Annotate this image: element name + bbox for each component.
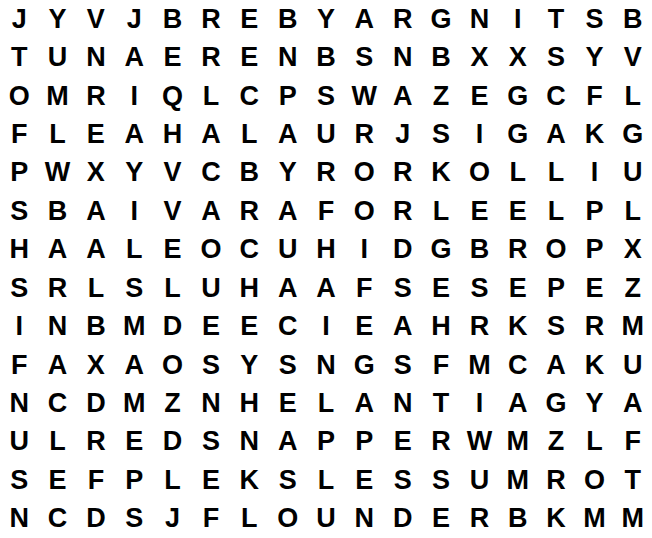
grid-cell[interactable]: H bbox=[153, 115, 191, 153]
grid-cell[interactable]: S bbox=[537, 307, 575, 345]
grid-cell[interactable]: R bbox=[422, 423, 460, 461]
grid-cell[interactable]: F bbox=[614, 423, 652, 461]
grid-cell[interactable]: R bbox=[192, 38, 230, 76]
grid-cell[interactable]: E bbox=[384, 423, 422, 461]
grid-cell[interactable]: A bbox=[77, 231, 115, 269]
grid-cell[interactable]: X bbox=[460, 38, 498, 76]
grid-cell[interactable]: E bbox=[499, 192, 537, 230]
grid-cell[interactable]: I bbox=[345, 231, 383, 269]
grid-cell[interactable]: S bbox=[115, 269, 153, 307]
grid-cell[interactable]: E bbox=[192, 307, 230, 345]
grid-cell[interactable]: P bbox=[115, 461, 153, 499]
grid-cell[interactable]: Y bbox=[307, 0, 345, 38]
grid-cell[interactable]: I bbox=[499, 0, 537, 38]
grid-cell[interactable]: I bbox=[115, 77, 153, 115]
grid-cell[interactable]: A bbox=[38, 231, 76, 269]
grid-cell[interactable]: R bbox=[192, 0, 230, 38]
grid-cell[interactable]: N bbox=[345, 500, 383, 538]
grid-cell[interactable]: N bbox=[307, 346, 345, 384]
grid-cell[interactable]: S bbox=[115, 500, 153, 538]
grid-cell[interactable]: L bbox=[422, 192, 460, 230]
grid-cell[interactable]: F bbox=[345, 269, 383, 307]
grid-cell[interactable]: L bbox=[192, 77, 230, 115]
grid-cell[interactable]: E bbox=[115, 423, 153, 461]
grid-cell[interactable]: K bbox=[499, 307, 537, 345]
grid-cell[interactable]: A bbox=[268, 192, 306, 230]
grid-cell[interactable]: X bbox=[499, 38, 537, 76]
grid-cell[interactable]: F bbox=[77, 461, 115, 499]
grid-cell[interactable]: T bbox=[614, 461, 652, 499]
grid-cell[interactable]: M bbox=[499, 461, 537, 499]
grid-cell[interactable]: V bbox=[614, 38, 652, 76]
grid-cell[interactable]: X bbox=[77, 346, 115, 384]
grid-cell[interactable]: U bbox=[0, 423, 38, 461]
grid-cell[interactable]: B bbox=[38, 192, 76, 230]
grid-cell[interactable]: U bbox=[614, 346, 652, 384]
grid-cell[interactable]: A bbox=[384, 77, 422, 115]
grid-cell[interactable]: P bbox=[345, 423, 383, 461]
grid-cell[interactable]: S bbox=[268, 346, 306, 384]
grid-cell[interactable]: G bbox=[614, 115, 652, 153]
grid-cell[interactable]: E bbox=[268, 384, 306, 422]
grid-cell[interactable]: L bbox=[614, 192, 652, 230]
grid-cell[interactable]: Z bbox=[537, 423, 575, 461]
grid-cell[interactable]: M bbox=[115, 384, 153, 422]
grid-cell[interactable]: E bbox=[230, 307, 268, 345]
grid-cell[interactable]: A bbox=[38, 346, 76, 384]
grid-cell[interactable]: F bbox=[307, 192, 345, 230]
grid-cell[interactable]: R bbox=[384, 0, 422, 38]
grid-cell[interactable]: J bbox=[115, 0, 153, 38]
grid-cell[interactable]: S bbox=[422, 115, 460, 153]
grid-cell[interactable]: A bbox=[192, 192, 230, 230]
grid-cell[interactable]: R bbox=[460, 307, 498, 345]
grid-cell[interactable]: D bbox=[153, 307, 191, 345]
grid-cell[interactable]: A bbox=[384, 307, 422, 345]
grid-cell[interactable]: P bbox=[268, 77, 306, 115]
grid-cell[interactable]: B bbox=[614, 0, 652, 38]
grid-cell[interactable]: V bbox=[77, 0, 115, 38]
grid-cell[interactable]: S bbox=[384, 269, 422, 307]
grid-cell[interactable]: R bbox=[537, 461, 575, 499]
grid-cell[interactable]: B bbox=[268, 0, 306, 38]
grid-cell[interactable]: U bbox=[460, 461, 498, 499]
grid-cell[interactable]: I bbox=[460, 115, 498, 153]
grid-cell[interactable]: Z bbox=[614, 269, 652, 307]
grid-cell[interactable]: X bbox=[77, 154, 115, 192]
grid-cell[interactable]: C bbox=[192, 154, 230, 192]
grid-cell[interactable]: U bbox=[614, 154, 652, 192]
grid-cell[interactable]: B bbox=[307, 38, 345, 76]
grid-cell[interactable]: M bbox=[614, 307, 652, 345]
grid-cell[interactable]: L bbox=[307, 461, 345, 499]
grid-cell[interactable]: R bbox=[384, 154, 422, 192]
grid-cell[interactable]: U bbox=[192, 269, 230, 307]
grid-cell[interactable]: O bbox=[345, 192, 383, 230]
grid-cell[interactable]: S bbox=[537, 38, 575, 76]
grid-cell[interactable]: X bbox=[614, 231, 652, 269]
grid-cell[interactable]: C bbox=[499, 346, 537, 384]
grid-cell[interactable]: B bbox=[422, 38, 460, 76]
grid-cell[interactable]: H bbox=[307, 231, 345, 269]
grid-cell[interactable]: O bbox=[0, 77, 38, 115]
grid-cell[interactable]: R bbox=[230, 192, 268, 230]
grid-cell[interactable]: I bbox=[307, 307, 345, 345]
grid-cell[interactable]: N bbox=[0, 384, 38, 422]
grid-cell[interactable]: B bbox=[460, 231, 498, 269]
grid-cell[interactable]: Y bbox=[115, 154, 153, 192]
grid-cell[interactable]: R bbox=[38, 269, 76, 307]
grid-cell[interactable]: I bbox=[575, 154, 613, 192]
grid-cell[interactable]: S bbox=[384, 346, 422, 384]
grid-cell[interactable]: K bbox=[422, 154, 460, 192]
grid-cell[interactable]: G bbox=[499, 115, 537, 153]
grid-cell[interactable]: B bbox=[77, 307, 115, 345]
grid-cell[interactable]: G bbox=[537, 384, 575, 422]
grid-cell[interactable]: R bbox=[77, 77, 115, 115]
grid-cell[interactable]: L bbox=[38, 115, 76, 153]
grid-cell[interactable]: W bbox=[345, 77, 383, 115]
grid-cell[interactable]: O bbox=[153, 346, 191, 384]
grid-cell[interactable]: E bbox=[230, 0, 268, 38]
grid-cell[interactable]: T bbox=[537, 0, 575, 38]
grid-cell[interactable]: N bbox=[384, 384, 422, 422]
grid-cell[interactable]: E bbox=[230, 38, 268, 76]
grid-cell[interactable]: O bbox=[575, 461, 613, 499]
grid-cell[interactable]: A bbox=[115, 346, 153, 384]
grid-cell[interactable]: L bbox=[230, 500, 268, 538]
grid-cell[interactable]: S bbox=[422, 461, 460, 499]
grid-cell[interactable]: J bbox=[384, 115, 422, 153]
grid-cell[interactable]: R bbox=[499, 231, 537, 269]
grid-cell[interactable]: F bbox=[0, 115, 38, 153]
grid-cell[interactable]: K bbox=[537, 500, 575, 538]
grid-cell[interactable]: L bbox=[230, 115, 268, 153]
grid-cell[interactable]: V bbox=[153, 154, 191, 192]
grid-cell[interactable]: N bbox=[192, 384, 230, 422]
grid-cell[interactable]: D bbox=[77, 384, 115, 422]
grid-cell[interactable]: C bbox=[38, 500, 76, 538]
grid-cell[interactable]: R bbox=[345, 115, 383, 153]
grid-cell[interactable]: L bbox=[575, 423, 613, 461]
grid-cell[interactable]: A bbox=[115, 38, 153, 76]
grid-cell[interactable]: N bbox=[0, 500, 38, 538]
grid-cell[interactable]: E bbox=[153, 231, 191, 269]
grid-cell[interactable]: P bbox=[0, 154, 38, 192]
grid-cell[interactable]: I bbox=[115, 192, 153, 230]
grid-cell[interactable]: D bbox=[384, 500, 422, 538]
grid-cell[interactable]: K bbox=[575, 115, 613, 153]
grid-cell[interactable]: C bbox=[38, 384, 76, 422]
word-search-grid: JYVJBREBYARGNITSBTUNAERENBSNBXXSYVOMRIQL… bbox=[0, 0, 652, 538]
grid-cell[interactable]: S bbox=[307, 77, 345, 115]
grid-cell[interactable]: A bbox=[307, 269, 345, 307]
grid-cell[interactable]: H bbox=[422, 307, 460, 345]
grid-cell[interactable]: I bbox=[460, 384, 498, 422]
grid-cell[interactable]: M bbox=[614, 500, 652, 538]
grid-cell[interactable]: S bbox=[0, 461, 38, 499]
grid-cell[interactable]: C bbox=[537, 77, 575, 115]
grid-cell[interactable]: D bbox=[153, 423, 191, 461]
grid-cell[interactable]: C bbox=[230, 77, 268, 115]
grid-cell[interactable]: G bbox=[499, 77, 537, 115]
grid-cell[interactable]: L bbox=[614, 77, 652, 115]
grid-cell[interactable]: L bbox=[153, 269, 191, 307]
grid-cell[interactable]: L bbox=[537, 154, 575, 192]
grid-cell[interactable]: S bbox=[192, 346, 230, 384]
grid-cell[interactable]: Y bbox=[575, 384, 613, 422]
grid-cell[interactable]: U bbox=[268, 231, 306, 269]
grid-cell[interactable]: P bbox=[537, 269, 575, 307]
grid-cell[interactable]: J bbox=[0, 0, 38, 38]
grid-cell[interactable]: B bbox=[153, 0, 191, 38]
grid-cell[interactable]: P bbox=[575, 231, 613, 269]
grid-cell[interactable]: Y bbox=[575, 38, 613, 76]
grid-cell[interactable]: C bbox=[268, 307, 306, 345]
grid-cell[interactable]: A bbox=[499, 384, 537, 422]
grid-cell[interactable]: Y bbox=[230, 346, 268, 384]
grid-cell[interactable]: L bbox=[38, 423, 76, 461]
grid-cell[interactable]: E bbox=[460, 192, 498, 230]
grid-cell[interactable]: M bbox=[460, 346, 498, 384]
grid-cell[interactable]: S bbox=[0, 192, 38, 230]
grid-cell[interactable]: T bbox=[0, 38, 38, 76]
grid-cell[interactable]: M bbox=[499, 423, 537, 461]
grid-cell[interactable]: L bbox=[307, 384, 345, 422]
grid-cell[interactable]: A bbox=[345, 0, 383, 38]
grid-cell[interactable]: E bbox=[345, 461, 383, 499]
grid-cell[interactable]: E bbox=[422, 500, 460, 538]
grid-cell[interactable]: K bbox=[230, 461, 268, 499]
grid-cell[interactable]: E bbox=[345, 307, 383, 345]
grid-cell[interactable]: A bbox=[192, 115, 230, 153]
grid-cell[interactable]: F bbox=[0, 346, 38, 384]
grid-cell[interactable]: H bbox=[230, 269, 268, 307]
grid-cell[interactable]: G bbox=[422, 231, 460, 269]
grid-cell[interactable]: O bbox=[460, 154, 498, 192]
grid-cell[interactable]: E bbox=[460, 77, 498, 115]
grid-cell[interactable]: D bbox=[77, 500, 115, 538]
grid-cell[interactable]: O bbox=[192, 231, 230, 269]
grid-cell[interactable]: E bbox=[422, 269, 460, 307]
grid-cell[interactable]: S bbox=[345, 38, 383, 76]
grid-cell[interactable]: E bbox=[192, 461, 230, 499]
grid-cell[interactable]: T bbox=[422, 384, 460, 422]
grid-cell[interactable]: A bbox=[268, 115, 306, 153]
grid-cell[interactable]: O bbox=[345, 154, 383, 192]
grid-cell[interactable]: S bbox=[0, 269, 38, 307]
grid-cell[interactable]: D bbox=[384, 231, 422, 269]
grid-cell[interactable]: V bbox=[153, 192, 191, 230]
grid-cell[interactable]: Z bbox=[422, 77, 460, 115]
grid-cell[interactable]: S bbox=[192, 423, 230, 461]
grid-cell[interactable]: E bbox=[499, 269, 537, 307]
grid-cell[interactable]: J bbox=[153, 500, 191, 538]
grid-cell[interactable]: I bbox=[0, 307, 38, 345]
grid-cell[interactable]: W bbox=[38, 154, 76, 192]
grid-cell[interactable]: N bbox=[384, 38, 422, 76]
grid-cell[interactable]: E bbox=[153, 38, 191, 76]
grid-cell[interactable]: K bbox=[575, 346, 613, 384]
grid-cell[interactable]: C bbox=[230, 231, 268, 269]
grid-cell[interactable]: A bbox=[77, 192, 115, 230]
grid-cell[interactable]: N bbox=[38, 307, 76, 345]
grid-cell[interactable]: M bbox=[38, 77, 76, 115]
grid-cell[interactable]: B bbox=[230, 154, 268, 192]
grid-cell[interactable]: Q bbox=[153, 77, 191, 115]
grid-cell[interactable]: S bbox=[268, 461, 306, 499]
grid-cell[interactable]: O bbox=[537, 231, 575, 269]
grid-cell[interactable]: S bbox=[460, 269, 498, 307]
grid-cell[interactable]: Y bbox=[268, 154, 306, 192]
grid-cell[interactable]: G bbox=[345, 346, 383, 384]
grid-cell[interactable]: O bbox=[268, 500, 306, 538]
grid-cell[interactable]: L bbox=[77, 269, 115, 307]
grid-cell[interactable]: A bbox=[537, 115, 575, 153]
grid-cell[interactable]: A bbox=[345, 384, 383, 422]
grid-cell[interactable]: Z bbox=[153, 384, 191, 422]
grid-cell[interactable]: B bbox=[499, 500, 537, 538]
grid-cell[interactable]: G bbox=[422, 0, 460, 38]
grid-cell[interactable]: L bbox=[499, 154, 537, 192]
grid-cell[interactable]: R bbox=[575, 307, 613, 345]
grid-cell[interactable]: H bbox=[0, 231, 38, 269]
grid-cell[interactable]: R bbox=[460, 500, 498, 538]
grid-cell[interactable]: L bbox=[537, 192, 575, 230]
grid-cell[interactable]: F bbox=[422, 346, 460, 384]
grid-cell[interactable]: P bbox=[575, 192, 613, 230]
grid-cell[interactable]: M bbox=[575, 500, 613, 538]
grid-cell[interactable]: W bbox=[460, 423, 498, 461]
grid-cell[interactable]: A bbox=[268, 423, 306, 461]
grid-cell[interactable]: U bbox=[307, 115, 345, 153]
grid-cell[interactable]: P bbox=[307, 423, 345, 461]
grid-cell[interactable]: E bbox=[77, 115, 115, 153]
grid-cell[interactable]: H bbox=[230, 384, 268, 422]
grid-cell[interactable]: U bbox=[307, 500, 345, 538]
grid-cell[interactable]: A bbox=[268, 269, 306, 307]
grid-cell[interactable]: R bbox=[307, 154, 345, 192]
grid-cell[interactable]: U bbox=[38, 38, 76, 76]
grid-cell[interactable]: A bbox=[115, 115, 153, 153]
grid-cell[interactable]: N bbox=[268, 38, 306, 76]
grid-cell[interactable]: N bbox=[230, 423, 268, 461]
grid-cell[interactable]: S bbox=[575, 0, 613, 38]
grid-cell[interactable]: E bbox=[38, 461, 76, 499]
grid-cell[interactable]: L bbox=[115, 231, 153, 269]
grid-cell[interactable]: R bbox=[384, 192, 422, 230]
grid-cell[interactable]: A bbox=[537, 346, 575, 384]
grid-cell[interactable]: M bbox=[115, 307, 153, 345]
grid-cell[interactable]: R bbox=[77, 423, 115, 461]
grid-cell[interactable]: S bbox=[384, 461, 422, 499]
grid-cell[interactable]: Y bbox=[38, 0, 76, 38]
grid-cell[interactable]: F bbox=[575, 77, 613, 115]
grid-cell[interactable]: F bbox=[192, 500, 230, 538]
grid-cell[interactable]: N bbox=[460, 0, 498, 38]
grid-cell[interactable]: L bbox=[153, 461, 191, 499]
grid-cell[interactable]: N bbox=[77, 38, 115, 76]
grid-cell[interactable]: A bbox=[614, 384, 652, 422]
grid-cell[interactable]: E bbox=[575, 269, 613, 307]
